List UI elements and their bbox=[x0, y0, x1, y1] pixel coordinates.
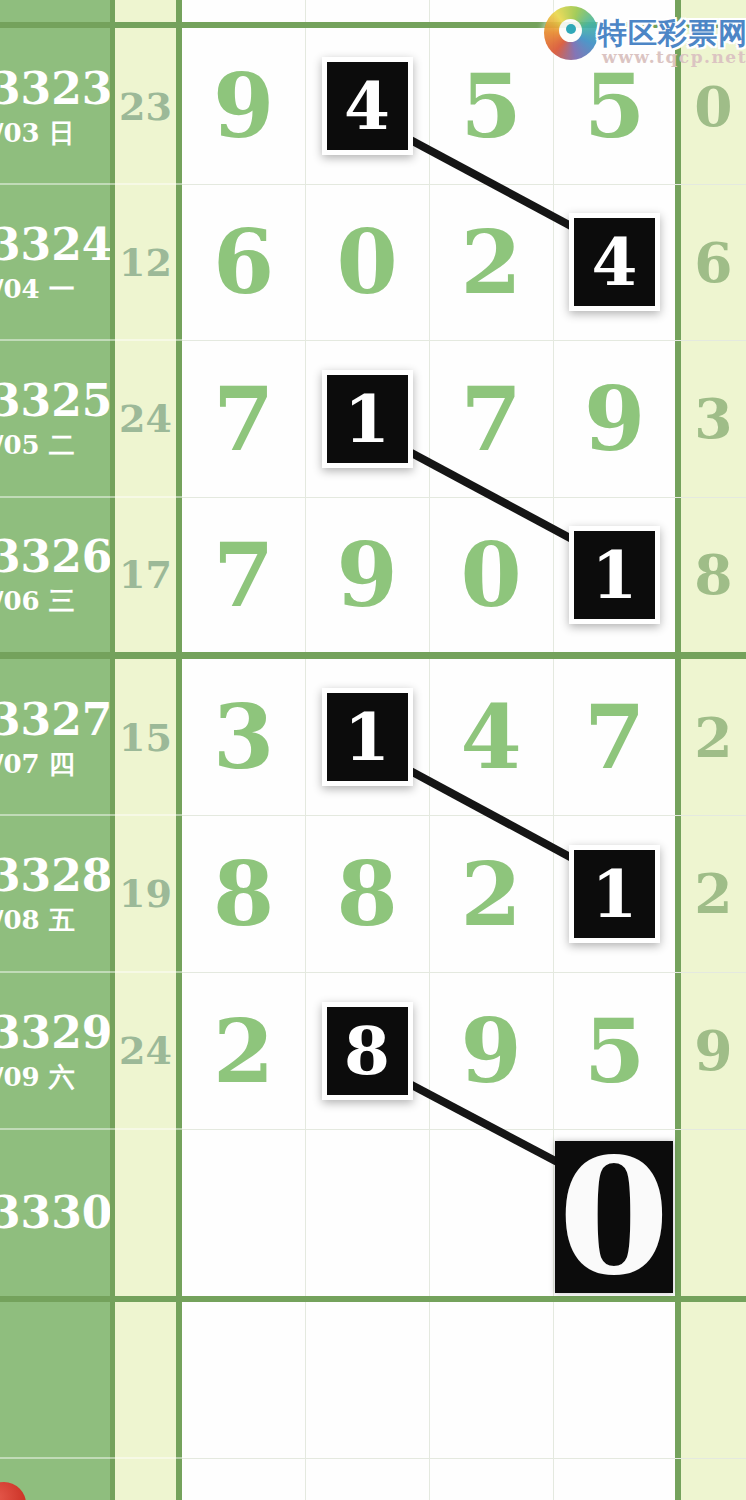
boxed-digit-value: 4 bbox=[344, 73, 390, 139]
trend-line bbox=[405, 1082, 563, 1166]
boxed-digit: 1 bbox=[322, 370, 413, 468]
boxed-digit-value: 1 bbox=[592, 861, 638, 927]
boxed-digit-value: 1 bbox=[344, 386, 390, 452]
boxed-digit: 1 bbox=[322, 688, 413, 786]
logo-swirl-core-icon bbox=[566, 24, 576, 34]
boxed-digit-value: 8 bbox=[344, 1018, 390, 1084]
trend-line bbox=[405, 137, 577, 229]
boxed-digit: 4 bbox=[569, 213, 660, 311]
boxed-digit: 4 bbox=[322, 57, 413, 155]
boxed-digit-value: 1 bbox=[344, 704, 390, 770]
site-url: www.tqcp.net bbox=[602, 47, 746, 67]
boxed-digit-value: 4 bbox=[592, 229, 638, 295]
boxed-digit-large: 0 bbox=[555, 1141, 673, 1293]
site-logo[interactable]: 特区彩票网 www.tqcp.net bbox=[540, 2, 746, 72]
trend-line bbox=[405, 450, 577, 542]
boxed-digit: 8 bbox=[322, 1002, 413, 1100]
boxed-digit-value: 0 bbox=[558, 1137, 669, 1297]
trend-chart-board: 3323/03 日23945503324/04 一12602463325/05 … bbox=[0, 0, 746, 1500]
boxed-digit: 1 bbox=[569, 526, 660, 624]
boxed-digit: 1 bbox=[569, 845, 660, 943]
boxed-digit-value: 1 bbox=[592, 542, 638, 608]
trend-line bbox=[405, 768, 577, 861]
